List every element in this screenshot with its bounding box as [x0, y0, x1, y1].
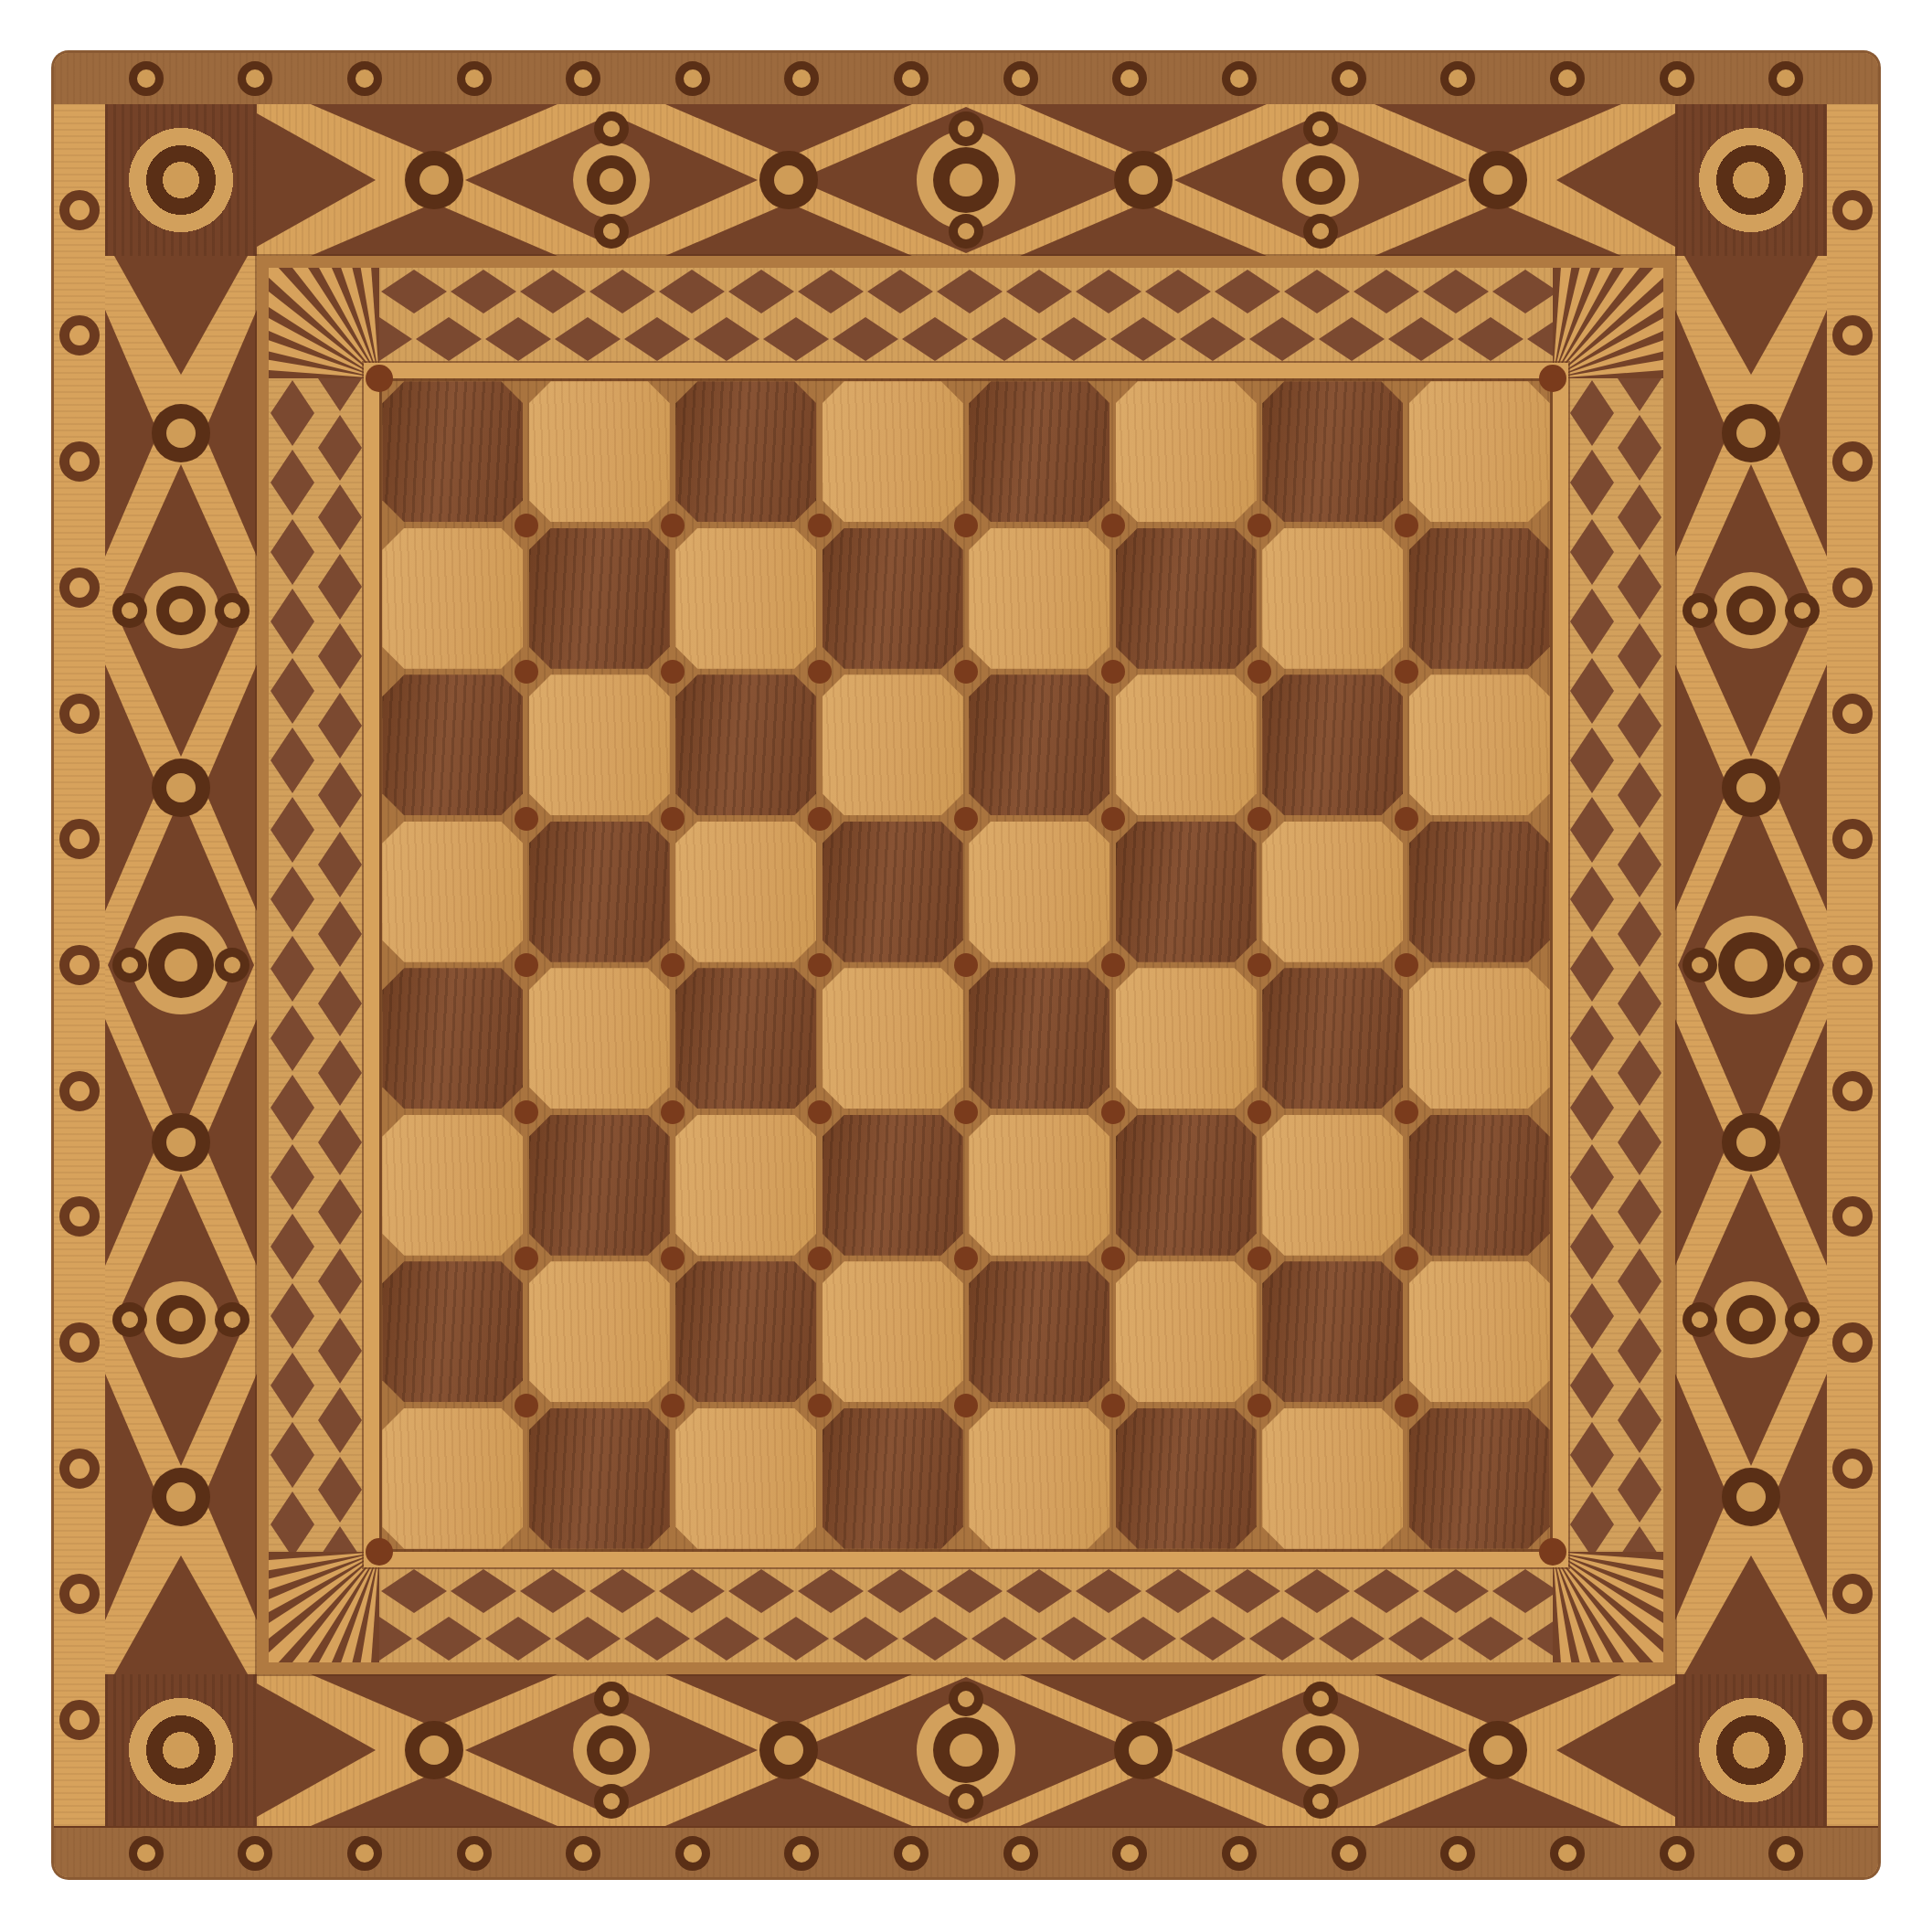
square-r5c7-dark [1262, 968, 1403, 1109]
grid-dot [1395, 953, 1418, 977]
rail-ring-dot [1832, 441, 1873, 482]
field [379, 378, 1553, 1552]
harlequin-band-left [269, 378, 364, 1552]
rail-ring-dot [1550, 1836, 1585, 1871]
rail-ring-dot [1550, 61, 1585, 96]
square-r3c2-light [529, 674, 670, 815]
rail-ring-dot [1832, 568, 1873, 608]
grid-dot [1247, 514, 1271, 537]
rail-ring-dot [675, 1836, 710, 1871]
rail-ring-dot [59, 819, 100, 859]
field-corner-dot [366, 1538, 393, 1566]
grid-dot [661, 953, 685, 977]
square-r4c1-light [382, 822, 523, 962]
square-r6c8-dark [1409, 1115, 1550, 1256]
grid-dot [515, 1100, 538, 1124]
square-r7c7-dark [1262, 1261, 1403, 1402]
outer-rail-right [1827, 104, 1878, 1826]
rail-ring-dot [1768, 61, 1803, 96]
square-r8c6-dark [1116, 1408, 1257, 1549]
grid-dot [1101, 1247, 1125, 1270]
rail-ring-dot [1832, 819, 1873, 859]
grid-dot [1101, 1394, 1125, 1417]
square-r8c3-light [675, 1408, 816, 1549]
grid-dot [1101, 514, 1125, 537]
fan-corner-tr [1553, 268, 1663, 378]
rail-ring-dot [1832, 1196, 1873, 1237]
square-r1c5-dark [969, 381, 1109, 522]
fan-corner-bl [269, 1552, 379, 1662]
rail-ring-dot [1832, 1700, 1873, 1740]
rail-ring-dot [1222, 1836, 1257, 1871]
square-r3c6-light [1116, 674, 1257, 815]
square-r5c1-dark [382, 968, 523, 1109]
grid-dot [1101, 660, 1125, 684]
rail-ring-dot [1222, 61, 1257, 96]
square-r8c5-light [969, 1408, 1109, 1549]
fan-corner-br [1553, 1552, 1663, 1662]
square-r2c8-dark [1409, 528, 1550, 669]
field-corner-dot [1539, 365, 1566, 392]
grid-dot [954, 953, 978, 977]
outer-rail-left [54, 104, 105, 1826]
square-r6c2-dark [529, 1115, 670, 1256]
square-r3c1-dark [382, 674, 523, 815]
grid-dot [515, 1247, 538, 1270]
rail-ring-dot [1112, 1836, 1147, 1871]
main-band-left [105, 256, 257, 1674]
grid-dot [1247, 1247, 1271, 1270]
square-r1c1-dark [382, 381, 523, 522]
main-band-right [1675, 256, 1827, 1674]
square-r6c7-light [1262, 1115, 1403, 1256]
harlequin-band-right [1568, 378, 1663, 1552]
square-r1c4-light [823, 381, 963, 522]
grid-dot [515, 1394, 538, 1417]
rail-ring-dot [1440, 1836, 1475, 1871]
grid-dot [661, 1100, 685, 1124]
field-corner-dot [366, 365, 393, 392]
square-r4c5-light [969, 822, 1109, 962]
rail-ring-dot [1832, 190, 1873, 230]
square-r4c4-dark [823, 822, 963, 962]
grid-dot [515, 953, 538, 977]
grid-dot [954, 1247, 978, 1270]
grid-dot [661, 1247, 685, 1270]
field-corner-dot [1539, 1538, 1566, 1566]
rail-ring-dot [59, 568, 100, 608]
rail-ring-dot [1112, 61, 1147, 96]
corner-bullseye-tl [105, 104, 257, 256]
grid-dot [954, 807, 978, 831]
square-r5c4-light [823, 968, 963, 1109]
rail-ring-dot [59, 1071, 100, 1111]
rail-ring-dot [1003, 61, 1038, 96]
square-r2c5-light [969, 528, 1109, 669]
grid-dot [1395, 1247, 1418, 1270]
grid-dot [661, 1394, 685, 1417]
rail-ring-dot [129, 1836, 164, 1871]
grid-dot [808, 514, 832, 537]
grid-dot [1395, 1394, 1418, 1417]
square-r2c2-dark [529, 528, 670, 669]
grid-dot [1247, 1394, 1271, 1417]
square-r2c4-dark [823, 528, 963, 669]
rail-ring-dot [457, 61, 492, 96]
square-r7c1-dark [382, 1261, 523, 1402]
grid-dot [1395, 514, 1418, 537]
grid-dot [1247, 660, 1271, 684]
square-r1c7-dark [1262, 381, 1403, 522]
grid-dot [661, 807, 685, 831]
corner-bullseye-tr [1675, 104, 1827, 256]
rail-ring-dot [1332, 1836, 1366, 1871]
grid-dot [954, 660, 978, 684]
square-r5c6-light [1116, 968, 1257, 1109]
corner-bullseye-bl [105, 1674, 257, 1826]
grid-dot [515, 807, 538, 831]
grid-dot [808, 660, 832, 684]
square-r6c4-dark [823, 1115, 963, 1256]
grid-dot [808, 1394, 832, 1417]
rail-ring-dot [784, 61, 819, 96]
rail-ring-dot [59, 315, 100, 356]
rail-ring-dot [1832, 315, 1873, 356]
square-r3c5-dark [969, 674, 1109, 815]
grid-dot [808, 1247, 832, 1270]
square-r7c8-light [1409, 1261, 1550, 1402]
square-r6c5-light [969, 1115, 1109, 1256]
rail-ring-dot [59, 441, 100, 482]
square-r8c7-light [1262, 1408, 1403, 1549]
square-r2c1-light [382, 528, 523, 669]
grid-dot [1395, 660, 1418, 684]
rail-ring-dot [1660, 1836, 1694, 1871]
rail-ring-dot [1832, 1071, 1873, 1111]
square-r4c6-dark [1116, 822, 1257, 962]
square-r8c4-dark [823, 1408, 963, 1549]
grid-dot [954, 1394, 978, 1417]
square-r3c4-light [823, 674, 963, 815]
square-r5c8-light [1409, 968, 1550, 1109]
outer-rail-top [54, 53, 1878, 106]
grid-dot [1101, 953, 1125, 977]
square-r5c3-dark [675, 968, 816, 1109]
square-r8c1-light [382, 1408, 523, 1549]
square-r3c8-light [1409, 674, 1550, 815]
square-r3c7-dark [1262, 674, 1403, 815]
rail-ring-dot [675, 61, 710, 96]
rail-ring-dot [1440, 61, 1475, 96]
rail-ring-dot [894, 1836, 929, 1871]
grid-dot [661, 660, 685, 684]
square-r1c3-dark [675, 381, 816, 522]
harlequin-band-bottom [379, 1567, 1553, 1662]
rail-ring-dot [238, 61, 272, 96]
main-band-top [257, 104, 1675, 256]
square-r2c6-dark [1116, 528, 1257, 669]
square-r1c2-light [529, 381, 670, 522]
square-r4c2-dark [529, 822, 670, 962]
rail-ring-dot [566, 61, 600, 96]
rail-ring-dot [59, 1574, 100, 1614]
grid-dot [1247, 807, 1271, 831]
grid-dot [515, 660, 538, 684]
grid-dot [1101, 1100, 1125, 1124]
rail-ring-dot [238, 1836, 272, 1871]
grid-dot [954, 514, 978, 537]
grid-dot [808, 807, 832, 831]
rail-ring-dot [1003, 1836, 1038, 1871]
grid-dot [661, 514, 685, 537]
square-r6c3-light [675, 1115, 816, 1256]
grid-dot [808, 1100, 832, 1124]
square-r8c8-dark [1409, 1408, 1550, 1549]
corner-bullseye-br [1675, 1674, 1827, 1826]
board [54, 53, 1878, 1877]
rail-ring-dot [894, 61, 929, 96]
rail-ring-dot [1832, 945, 1873, 985]
rail-ring-dot [1832, 1574, 1873, 1614]
rail-ring-dot [1832, 1322, 1873, 1363]
rail-ring-dot [59, 694, 100, 734]
square-r1c8-light [1409, 381, 1550, 522]
square-r4c7-light [1262, 822, 1403, 962]
grid-dot [808, 953, 832, 977]
square-r7c4-light [823, 1261, 963, 1402]
square-r7c6-light [1116, 1261, 1257, 1402]
rail-ring-dot [1832, 694, 1873, 734]
square-r4c3-light [675, 822, 816, 962]
rail-ring-dot [457, 1836, 492, 1871]
square-r6c6-dark [1116, 1115, 1257, 1256]
rail-ring-dot [59, 1322, 100, 1363]
main-band-bottom [257, 1674, 1675, 1826]
rail-ring-dot [784, 1836, 819, 1871]
grid-dot [1395, 1100, 1418, 1124]
square-r2c7-light [1262, 528, 1403, 669]
rail-ring-dot [59, 1196, 100, 1237]
rail-ring-dot [59, 945, 100, 985]
rail-ring-dot [1768, 1836, 1803, 1871]
fan-corner-tl [269, 268, 379, 378]
rail-ring-dot [1660, 61, 1694, 96]
rail-ring-dot [1332, 61, 1366, 96]
grid-dot [515, 514, 538, 537]
rail-ring-dot [129, 61, 164, 96]
rail-ring-dot [347, 1836, 382, 1871]
grid-dot [954, 1100, 978, 1124]
square-r7c3-dark [675, 1261, 816, 1402]
square-r7c5-dark [969, 1261, 1109, 1402]
grid-dot [1395, 807, 1418, 831]
square-r3c3-dark [675, 674, 816, 815]
outer-rail-bottom [54, 1826, 1878, 1877]
square-r8c2-dark [529, 1408, 670, 1549]
square-r4c8-dark [1409, 822, 1550, 962]
square-r6c1-light [382, 1115, 523, 1256]
rail-ring-dot [59, 1449, 100, 1489]
rail-ring-dot [59, 1700, 100, 1740]
square-r5c5-dark [969, 968, 1109, 1109]
square-r1c6-light [1116, 381, 1257, 522]
square-r7c2-light [529, 1261, 670, 1402]
grid-dot [1247, 1100, 1271, 1124]
grid-dot [1101, 807, 1125, 831]
square-r5c2-light [529, 968, 670, 1109]
rail-ring-dot [566, 1836, 600, 1871]
square-r2c3-light [675, 528, 816, 669]
rail-ring-dot [347, 61, 382, 96]
rail-ring-dot [59, 190, 100, 230]
grid-dot [1247, 953, 1271, 977]
harlequin-band-top [379, 268, 1553, 363]
rail-ring-dot [1832, 1449, 1873, 1489]
